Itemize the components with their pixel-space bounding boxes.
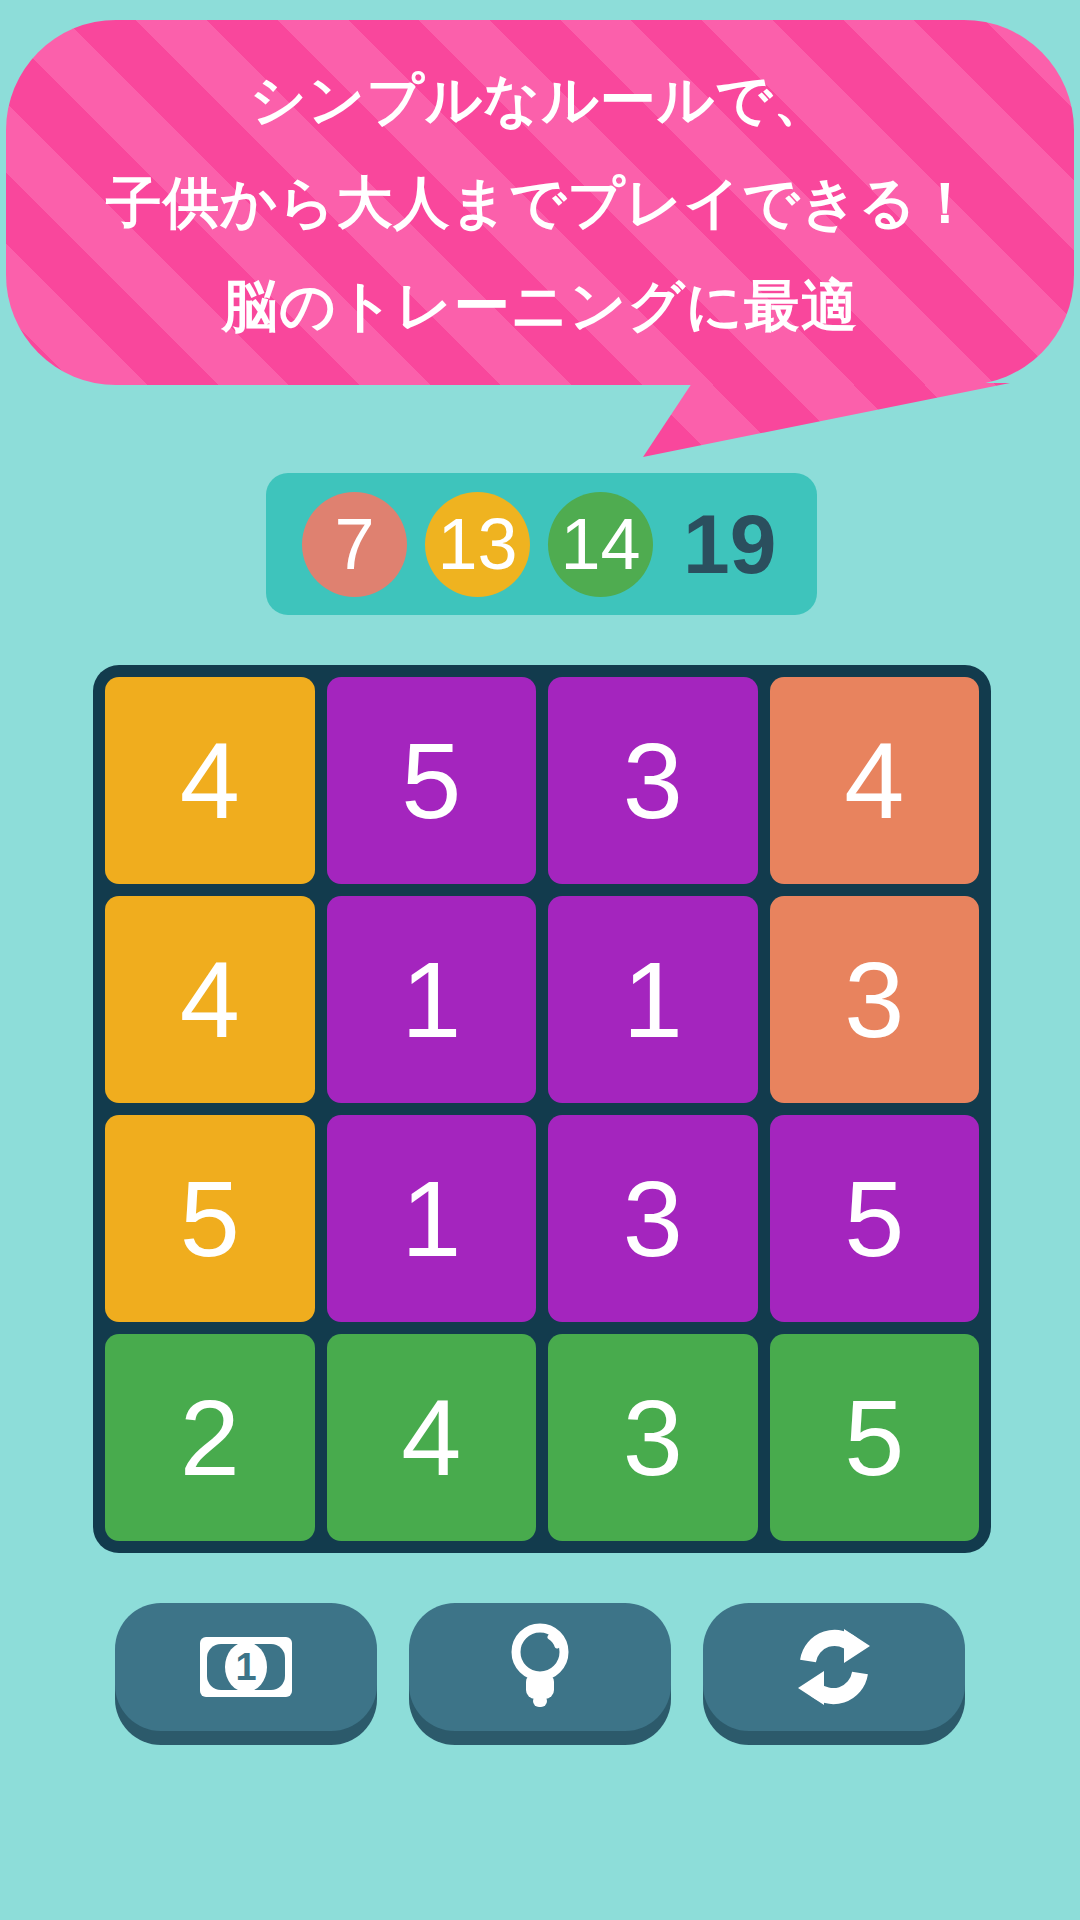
speech-bubble-line-3: 脳のトレーニングに最適 [6, 254, 1074, 357]
cell-r2c4[interactable]: 3 [770, 896, 980, 1103]
cash-icon: 1 [200, 1637, 292, 1697]
target-13: 13 [425, 492, 530, 597]
cell-r2c3[interactable]: 1 [548, 896, 758, 1103]
cash-button[interactable]: 1 [115, 1603, 377, 1731]
stage: シンプルなルールで、 子供から大人までプレイできる！ 脳のトレーニングに最適 7… [0, 0, 1080, 1920]
cell-r3c3[interactable]: 3 [548, 1115, 758, 1322]
target-7: 7 [302, 492, 407, 597]
refresh-button[interactable] [703, 1603, 965, 1731]
board: 4534411351352435 [93, 665, 991, 1553]
cell-r1c1[interactable]: 4 [105, 677, 315, 884]
cell-r4c3[interactable]: 3 [548, 1334, 758, 1541]
target-19: 19 [671, 492, 776, 597]
cell-r2c1[interactable]: 4 [105, 896, 315, 1103]
speech-bubble-line-2: 子供から大人までプレイできる！ [6, 151, 1074, 254]
cell-r4c2[interactable]: 4 [327, 1334, 537, 1541]
refresh-icon [792, 1627, 876, 1707]
cell-r1c2[interactable]: 5 [327, 677, 537, 884]
speech-bubble: シンプルなルールで、 子供から大人までプレイできる！ 脳のトレーニングに最適 [6, 20, 1074, 385]
cell-r2c2[interactable]: 1 [327, 896, 537, 1103]
cell-r1c4[interactable]: 4 [770, 677, 980, 884]
cell-r3c2[interactable]: 1 [327, 1115, 537, 1322]
cell-r1c3[interactable]: 3 [548, 677, 758, 884]
hint-button[interactable] [409, 1603, 671, 1731]
target-bar: 7131419 [266, 473, 817, 615]
speech-bubble-tail [643, 383, 1010, 457]
cash-icon-digit: 1 [225, 1642, 267, 1692]
speech-bubble-line-1: シンプルなルールで、 [6, 48, 1074, 151]
cell-r3c1[interactable]: 5 [105, 1115, 315, 1322]
target-14: 14 [548, 492, 653, 597]
cell-r4c4[interactable]: 5 [770, 1334, 980, 1541]
cell-r3c4[interactable]: 5 [770, 1115, 980, 1322]
cell-r4c1[interactable]: 2 [105, 1334, 315, 1541]
lightbulb-icon [509, 1623, 571, 1711]
